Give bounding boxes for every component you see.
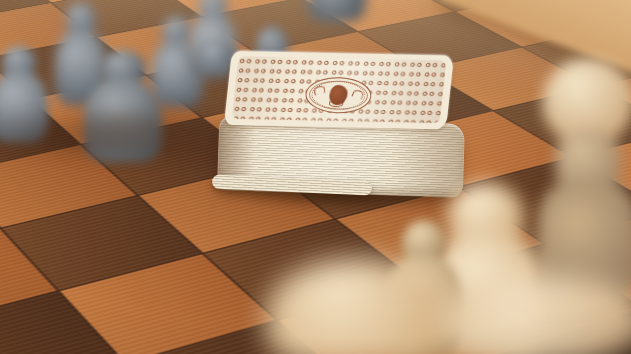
- photo-scene: [0, 0, 631, 354]
- light-pieces-group: [0, 0, 631, 354]
- light-piece-4-part: [266, 258, 452, 354]
- light-pieces-base-haze-part: [436, 274, 631, 354]
- light-piece-4: [266, 258, 452, 354]
- light-pieces-base-haze: [436, 274, 631, 354]
